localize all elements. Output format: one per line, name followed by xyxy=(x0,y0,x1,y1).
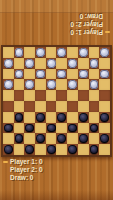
checker-piece-light[interactable] xyxy=(36,70,45,79)
checker-piece-dark[interactable] xyxy=(4,124,13,133)
board-square-r7c9[interactable] xyxy=(89,112,100,123)
board-square-r2c10[interactable] xyxy=(99,58,110,69)
board-square-r1c5[interactable] xyxy=(46,47,57,58)
score-text: Player 2: 0 xyxy=(10,166,43,174)
checker-piece-light[interactable] xyxy=(25,80,34,89)
board-square-r4c6[interactable] xyxy=(56,79,67,90)
board-square-r10c8[interactable] xyxy=(78,144,89,155)
board-square-r1c2[interactable] xyxy=(14,47,25,58)
board-square-r5c5[interactable] xyxy=(46,90,57,101)
checker-piece-dark[interactable] xyxy=(68,145,77,154)
board-square-r1c6[interactable] xyxy=(56,47,67,58)
checker-piece-light[interactable] xyxy=(57,48,66,57)
board-square-r5c6[interactable] xyxy=(56,90,67,101)
board-square-r10c1[interactable] xyxy=(3,144,14,155)
checker-piece-dark[interactable] xyxy=(25,145,34,154)
score-line-player-1-top: Player 1: 0 xyxy=(0,28,110,36)
board-square-r1c4[interactable] xyxy=(35,47,46,58)
board-square-r1c8[interactable] xyxy=(78,47,89,58)
board-square-r10c6[interactable] xyxy=(56,144,67,155)
board-square-r2c9[interactable] xyxy=(89,58,100,69)
board-square-r6c5[interactable] xyxy=(46,101,57,112)
checker-piece-dark[interactable] xyxy=(36,113,45,122)
board-square-r4c9[interactable] xyxy=(89,79,100,90)
board-square-r9c5[interactable] xyxy=(46,133,57,144)
score-line-player-2-top: Player 2: 0 xyxy=(0,20,110,28)
checker-piece-light[interactable] xyxy=(57,70,66,79)
score-text: Player 2: 0 xyxy=(70,20,103,28)
board-square-r9c8[interactable] xyxy=(78,133,89,144)
board-square-r10c2[interactable] xyxy=(14,144,25,155)
board-square-r6c2[interactable] xyxy=(14,101,25,112)
board-square-r4c10[interactable] xyxy=(99,79,110,90)
checker-piece-dark[interactable] xyxy=(100,113,109,122)
checker-piece-light[interactable] xyxy=(68,59,77,68)
score-text: Player 1: 0 xyxy=(10,158,43,166)
checker-piece-dark[interactable] xyxy=(4,145,13,154)
board-square-r8c3[interactable] xyxy=(24,123,35,134)
board-square-r2c8[interactable] xyxy=(78,58,89,69)
checker-piece-light[interactable] xyxy=(47,80,56,89)
checker-piece-dark[interactable] xyxy=(90,124,99,133)
board-square-r5c1[interactable] xyxy=(3,90,14,101)
score-line-player-2-bottom: Player 2: 0 xyxy=(3,166,113,174)
checkers-board xyxy=(1,45,112,157)
board-square-r8c9[interactable] xyxy=(89,123,100,134)
board-square-r9c10[interactable] xyxy=(99,133,110,144)
score-line-draw-bottom: Draw: 0 xyxy=(3,174,113,182)
board-square-r4c7[interactable] xyxy=(67,79,78,90)
checker-piece-dark[interactable] xyxy=(15,134,24,143)
board-square-r1c9[interactable] xyxy=(89,47,100,58)
board-square-r9c1[interactable] xyxy=(3,133,14,144)
board-square-r9c3[interactable] xyxy=(24,133,35,144)
board-square-r4c3[interactable] xyxy=(24,79,35,90)
board-square-r5c8[interactable] xyxy=(78,90,89,101)
checker-piece-light[interactable] xyxy=(47,59,56,68)
board-square-r9c4[interactable] xyxy=(35,133,46,144)
board-square-r3c4[interactable] xyxy=(35,69,46,80)
checker-piece-dark[interactable] xyxy=(90,145,99,154)
checker-piece-light[interactable] xyxy=(68,80,77,89)
checker-piece-light[interactable] xyxy=(15,70,24,79)
checker-piece-dark[interactable] xyxy=(57,134,66,143)
score-text: Player 1: 0 xyxy=(70,28,103,36)
checker-piece-light[interactable] xyxy=(90,59,99,68)
board-square-r3c10[interactable] xyxy=(99,69,110,80)
score-text: Draw: 0 xyxy=(10,174,33,182)
checker-piece-light[interactable] xyxy=(25,59,34,68)
board-grid xyxy=(3,47,110,155)
board-square-r2c1[interactable] xyxy=(3,58,14,69)
checker-piece-light[interactable] xyxy=(15,48,24,57)
checker-piece-dark[interactable] xyxy=(15,113,24,122)
board-square-r5c3[interactable] xyxy=(24,90,35,101)
board-square-r8c2[interactable] xyxy=(14,123,25,134)
board-square-r4c4[interactable] xyxy=(35,79,46,90)
board-square-r10c5[interactable] xyxy=(46,144,57,155)
board-square-r8c4[interactable] xyxy=(35,123,46,134)
board-square-r8c10[interactable] xyxy=(99,123,110,134)
checker-piece-dark[interactable] xyxy=(79,134,88,143)
board-square-r6c9[interactable] xyxy=(89,101,100,112)
board-square-r4c8[interactable] xyxy=(78,79,89,90)
board-square-r6c4[interactable] xyxy=(35,101,46,112)
score-line-draw-top: Draw: 0 xyxy=(0,12,110,20)
board-square-r6c10[interactable] xyxy=(99,101,110,112)
board-square-r3c7[interactable] xyxy=(67,69,78,80)
board-square-r5c4[interactable] xyxy=(35,90,46,101)
board-square-r7c4[interactable] xyxy=(35,112,46,123)
game-screen: Player 1: 0Player 2: 0Draw: 0 Player 1: … xyxy=(0,0,113,200)
board-square-r7c8[interactable] xyxy=(78,112,89,123)
board-square-r1c7[interactable] xyxy=(67,47,78,58)
board-square-r8c8[interactable] xyxy=(78,123,89,134)
board-square-r9c2[interactable] xyxy=(14,133,25,144)
checker-piece-dark[interactable] xyxy=(47,124,56,133)
board-square-r10c3[interactable] xyxy=(24,144,35,155)
board-square-r3c3[interactable] xyxy=(24,69,35,80)
checker-piece-dark[interactable] xyxy=(47,145,56,154)
board-square-r10c10[interactable] xyxy=(99,144,110,155)
board-square-r9c6[interactable] xyxy=(56,133,67,144)
board-square-r6c7[interactable] xyxy=(67,101,78,112)
board-square-r3c2[interactable] xyxy=(14,69,25,80)
board-square-r1c10[interactable] xyxy=(99,47,110,58)
scoreboard-top-rotated: Player 1: 0Player 2: 0Draw: 0 xyxy=(0,12,113,36)
board-square-r9c9[interactable] xyxy=(89,133,100,144)
board-square-r2c2[interactable] xyxy=(14,58,25,69)
checker-piece-dark[interactable] xyxy=(57,113,66,122)
board-square-r3c9[interactable] xyxy=(89,69,100,80)
board-square-r2c7[interactable] xyxy=(67,58,78,69)
checker-piece-dark[interactable] xyxy=(25,124,34,133)
board-square-r2c6[interactable] xyxy=(56,58,67,69)
board-square-r10c7[interactable] xyxy=(67,144,78,155)
board-square-r7c3[interactable] xyxy=(24,112,35,123)
board-square-r5c10[interactable] xyxy=(99,90,110,101)
checker-piece-light[interactable] xyxy=(36,48,45,57)
board-square-r7c6[interactable] xyxy=(56,112,67,123)
checker-piece-dark[interactable] xyxy=(100,134,109,143)
board-square-r4c2[interactable] xyxy=(14,79,25,90)
board-square-r7c10[interactable] xyxy=(99,112,110,123)
checker-piece-light[interactable] xyxy=(90,80,99,89)
board-square-r1c1[interactable] xyxy=(3,47,14,58)
board-square-r10c9[interactable] xyxy=(89,144,100,155)
board-square-r7c1[interactable] xyxy=(3,112,14,123)
turn-indicator-dash-icon xyxy=(3,161,8,163)
score-line-player-1-bottom: Player 1: 0 xyxy=(3,158,113,166)
checker-piece-light[interactable] xyxy=(4,59,13,68)
scoreboard-bottom: Player 1: 0Player 2: 0Draw: 0 xyxy=(0,158,113,182)
checker-piece-light[interactable] xyxy=(100,70,109,79)
board-square-r6c3[interactable] xyxy=(24,101,35,112)
board-square-r8c5[interactable] xyxy=(46,123,57,134)
board-square-r6c6[interactable] xyxy=(56,101,67,112)
board-square-r6c1[interactable] xyxy=(3,101,14,112)
board-square-r8c1[interactable] xyxy=(3,123,14,134)
board-square-r6c8[interactable] xyxy=(78,101,89,112)
board-square-r2c5[interactable] xyxy=(46,58,57,69)
board-square-r7c5[interactable] xyxy=(46,112,57,123)
board-square-r2c4[interactable] xyxy=(35,58,46,69)
board-square-r4c1[interactable] xyxy=(3,79,14,90)
board-square-r3c1[interactable] xyxy=(3,69,14,80)
board-square-r2c3[interactable] xyxy=(24,58,35,69)
board-square-r1c3[interactable] xyxy=(24,47,35,58)
board-square-r3c5[interactable] xyxy=(46,69,57,80)
turn-indicator-dash-icon xyxy=(105,31,110,33)
checker-piece-light[interactable] xyxy=(4,80,13,89)
board-square-r5c9[interactable] xyxy=(89,90,100,101)
board-square-r8c6[interactable] xyxy=(56,123,67,134)
board-square-r9c7[interactable] xyxy=(67,133,78,144)
board-square-r8c7[interactable] xyxy=(67,123,78,134)
board-square-r5c7[interactable] xyxy=(67,90,78,101)
board-square-r4c5[interactable] xyxy=(46,79,57,90)
board-square-r10c4[interactable] xyxy=(35,144,46,155)
board-square-r3c6[interactable] xyxy=(56,69,67,80)
board-square-r7c2[interactable] xyxy=(14,112,25,123)
checker-piece-dark[interactable] xyxy=(36,134,45,143)
board-square-r3c8[interactable] xyxy=(78,69,89,80)
checker-piece-light[interactable] xyxy=(79,48,88,57)
score-text: Draw: 0 xyxy=(80,12,103,20)
checker-piece-light[interactable] xyxy=(79,70,88,79)
board-square-r5c2[interactable] xyxy=(14,90,25,101)
checker-piece-dark[interactable] xyxy=(79,113,88,122)
checker-piece-light[interactable] xyxy=(100,48,109,57)
checker-piece-dark[interactable] xyxy=(68,124,77,133)
board-square-r7c7[interactable] xyxy=(67,112,78,123)
